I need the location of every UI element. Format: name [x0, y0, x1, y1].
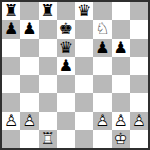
black-queen-glyph: ♛	[75, 2, 93, 20]
piece-black-pawn: ♟	[112, 39, 130, 57]
square-d3[interactable]	[57, 93, 75, 111]
square-a6[interactable]	[2, 39, 20, 57]
piece-white-rook: ♜♖	[39, 130, 57, 148]
square-d8[interactable]	[57, 2, 75, 20]
white-pawn-outline: ♙	[112, 112, 130, 130]
piece-white-pawn: ♟♙	[20, 112, 38, 130]
square-g7[interactable]	[112, 20, 130, 38]
square-f1[interactable]	[93, 130, 111, 148]
black-pawn-glyph: ♟	[20, 20, 38, 38]
square-b6[interactable]	[20, 39, 38, 57]
square-b2[interactable]: ♟♙	[20, 112, 38, 130]
square-a4[interactable]	[2, 75, 20, 93]
white-pawn-outline: ♙	[130, 112, 148, 130]
square-d4[interactable]	[57, 75, 75, 93]
square-e6[interactable]	[75, 39, 93, 57]
chess-board: ♜♜♛♟♟♚♞♘♛♟♟♟♟♙♟♙♟♙♟♙♟♙♜♖♚♔	[0, 0, 150, 150]
square-f5[interactable]	[93, 57, 111, 75]
piece-white-pawn: ♟♙	[112, 112, 130, 130]
square-h1[interactable]	[130, 130, 148, 148]
square-a7[interactable]: ♟	[2, 20, 20, 38]
white-rook-outline: ♖	[39, 130, 57, 148]
square-f8[interactable]	[93, 2, 111, 20]
square-e7[interactable]	[75, 20, 93, 38]
square-h5[interactable]	[130, 57, 148, 75]
square-f4[interactable]	[93, 75, 111, 93]
square-c3[interactable]	[39, 93, 57, 111]
piece-black-pawn: ♟	[93, 39, 111, 57]
square-d1[interactable]	[57, 130, 75, 148]
square-d2[interactable]	[57, 112, 75, 130]
white-pawn-outline: ♙	[20, 112, 38, 130]
piece-white-pawn: ♟♙	[93, 112, 111, 130]
white-pawn-outline: ♙	[93, 112, 111, 130]
black-king-glyph: ♚	[57, 20, 75, 38]
square-c7[interactable]	[39, 20, 57, 38]
square-g5[interactable]	[112, 57, 130, 75]
square-a1[interactable]	[2, 130, 20, 148]
square-a8[interactable]: ♜	[2, 2, 20, 20]
white-king-outline: ♔	[112, 130, 130, 148]
piece-black-rook: ♜	[2, 2, 20, 20]
square-g6[interactable]: ♟	[112, 39, 130, 57]
black-pawn-glyph: ♟	[2, 20, 20, 38]
square-h7[interactable]	[130, 20, 148, 38]
white-knight-outline: ♘	[93, 20, 111, 38]
piece-white-pawn: ♟♙	[2, 112, 20, 130]
piece-black-pawn: ♟	[57, 57, 75, 75]
square-f3[interactable]	[93, 93, 111, 111]
piece-black-queen: ♛	[57, 39, 75, 57]
square-c6[interactable]	[39, 39, 57, 57]
square-e5[interactable]	[75, 57, 93, 75]
piece-white-knight: ♞♘	[93, 20, 111, 38]
square-a2[interactable]: ♟♙	[2, 112, 20, 130]
piece-white-king: ♚♔	[112, 130, 130, 148]
black-queen-glyph: ♛	[57, 39, 75, 57]
square-f6[interactable]: ♟	[93, 39, 111, 57]
square-e1[interactable]	[75, 130, 93, 148]
square-d6[interactable]: ♛	[57, 39, 75, 57]
square-h2[interactable]: ♟♙	[130, 112, 148, 130]
square-c5[interactable]	[39, 57, 57, 75]
board-grid: ♜♜♛♟♟♚♞♘♛♟♟♟♟♙♟♙♟♙♟♙♟♙♜♖♚♔	[2, 2, 148, 148]
piece-white-pawn: ♟♙	[130, 112, 148, 130]
square-f7[interactable]: ♞♘	[93, 20, 111, 38]
black-pawn-glyph: ♟	[57, 57, 75, 75]
square-d7[interactable]: ♚	[57, 20, 75, 38]
square-g3[interactable]	[112, 93, 130, 111]
square-a3[interactable]	[2, 93, 20, 111]
square-h4[interactable]	[130, 75, 148, 93]
piece-black-pawn: ♟	[2, 20, 20, 38]
black-rook-glyph: ♜	[39, 2, 57, 20]
square-g4[interactable]	[112, 75, 130, 93]
square-b5[interactable]	[20, 57, 38, 75]
piece-black-queen: ♛	[75, 2, 93, 20]
square-c2[interactable]	[39, 112, 57, 130]
black-rook-glyph: ♜	[2, 2, 20, 20]
square-d5[interactable]: ♟	[57, 57, 75, 75]
square-h8[interactable]	[130, 2, 148, 20]
white-pawn-outline: ♙	[2, 112, 20, 130]
square-b8[interactable]	[20, 2, 38, 20]
square-h3[interactable]	[130, 93, 148, 111]
square-g8[interactable]	[112, 2, 130, 20]
square-b1[interactable]	[20, 130, 38, 148]
piece-black-rook: ♜	[39, 2, 57, 20]
square-e2[interactable]	[75, 112, 93, 130]
square-f2[interactable]: ♟♙	[93, 112, 111, 130]
square-b3[interactable]	[20, 93, 38, 111]
black-pawn-glyph: ♟	[93, 39, 111, 57]
square-g1[interactable]: ♚♔	[112, 130, 130, 148]
square-e8[interactable]: ♛	[75, 2, 93, 20]
square-h6[interactable]	[130, 39, 148, 57]
square-b4[interactable]	[20, 75, 38, 93]
piece-black-king: ♚	[57, 20, 75, 38]
square-g2[interactable]: ♟♙	[112, 112, 130, 130]
square-e3[interactable]	[75, 93, 93, 111]
square-b7[interactable]: ♟	[20, 20, 38, 38]
square-e4[interactable]	[75, 75, 93, 93]
square-a5[interactable]	[2, 57, 20, 75]
square-c8[interactable]: ♜	[39, 2, 57, 20]
square-c4[interactable]	[39, 75, 57, 93]
black-pawn-glyph: ♟	[112, 39, 130, 57]
piece-black-pawn: ♟	[20, 20, 38, 38]
square-c1[interactable]: ♜♖	[39, 130, 57, 148]
